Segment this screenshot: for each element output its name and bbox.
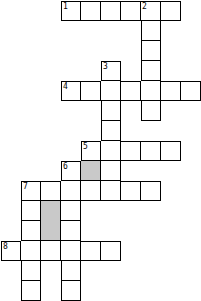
cell-r8c3[interactable]: 6 — [61, 161, 81, 181]
clue-number: 3 — [103, 62, 108, 71]
cell-r4c5[interactable] — [101, 81, 121, 101]
crossword-grid: 12345678 — [1, 1, 201, 301]
cell-r9c6[interactable] — [121, 181, 141, 201]
crossword-page: 12345678 — [0, 0, 201, 301]
cell-r4c4[interactable] — [81, 81, 101, 101]
shaded-cell-r10c2 — [41, 201, 61, 241]
cell-r0c3[interactable]: 1 — [61, 1, 81, 21]
cell-r2c7[interactable] — [141, 41, 161, 61]
cell-r1c7[interactable] — [141, 21, 161, 41]
clue-number: 2 — [142, 2, 147, 11]
clue-number: 8 — [3, 242, 8, 251]
cell-r11c3[interactable] — [61, 221, 81, 241]
clue-number: 4 — [63, 82, 68, 91]
clue-number: 7 — [23, 182, 28, 191]
cell-r7c7[interactable] — [141, 141, 161, 161]
cell-r4c6[interactable] — [121, 81, 141, 101]
cell-r0c8[interactable] — [161, 1, 181, 21]
cell-r7c8[interactable] — [161, 141, 181, 161]
cell-r0c5[interactable] — [101, 1, 121, 21]
cell-r13c1[interactable] — [21, 261, 41, 281]
cell-r5c7[interactable] — [141, 101, 161, 121]
cell-r12c1[interactable] — [21, 241, 41, 261]
cell-r0c7[interactable]: 2 — [141, 1, 161, 21]
cell-r12c2[interactable] — [41, 241, 61, 261]
cell-r4c9[interactable] — [181, 81, 201, 101]
cell-r4c8[interactable] — [161, 81, 181, 101]
clue-number: 5 — [83, 142, 88, 151]
cell-r9c4[interactable] — [81, 181, 101, 201]
cell-r12c5[interactable] — [101, 241, 121, 261]
clue-number: 1 — [63, 2, 68, 11]
cell-r9c1[interactable]: 7 — [21, 181, 41, 201]
cell-r11c1[interactable] — [21, 221, 41, 241]
cell-r12c4[interactable] — [81, 241, 101, 261]
cell-r9c7[interactable] — [141, 181, 161, 201]
cell-r4c7[interactable] — [141, 81, 161, 101]
cell-r9c2[interactable] — [41, 181, 61, 201]
cell-r0c6[interactable] — [121, 1, 141, 21]
cell-r8c5[interactable] — [101, 161, 121, 181]
cell-r0c4[interactable] — [81, 1, 101, 21]
clue-number: 6 — [63, 162, 68, 171]
cell-r9c3[interactable] — [61, 181, 81, 201]
cell-r14c3[interactable] — [61, 281, 81, 301]
cell-r10c1[interactable] — [21, 201, 41, 221]
cell-r3c5[interactable]: 3 — [101, 61, 121, 81]
cell-r9c5[interactable] — [101, 181, 121, 201]
cell-r7c4[interactable]: 5 — [81, 141, 101, 161]
shaded-cell-r8c4 — [81, 161, 101, 181]
cell-r6c5[interactable] — [101, 121, 121, 141]
cell-r3c7[interactable] — [141, 61, 161, 81]
cell-r14c1[interactable] — [21, 281, 41, 301]
cell-r7c5[interactable] — [101, 141, 121, 161]
cell-r12c3[interactable] — [61, 241, 81, 261]
cell-r7c6[interactable] — [121, 141, 141, 161]
cell-r4c3[interactable]: 4 — [61, 81, 81, 101]
cell-r13c3[interactable] — [61, 261, 81, 281]
cell-r12c0[interactable]: 8 — [1, 241, 21, 261]
cell-r5c5[interactable] — [101, 101, 121, 121]
cell-r10c3[interactable] — [61, 201, 81, 221]
